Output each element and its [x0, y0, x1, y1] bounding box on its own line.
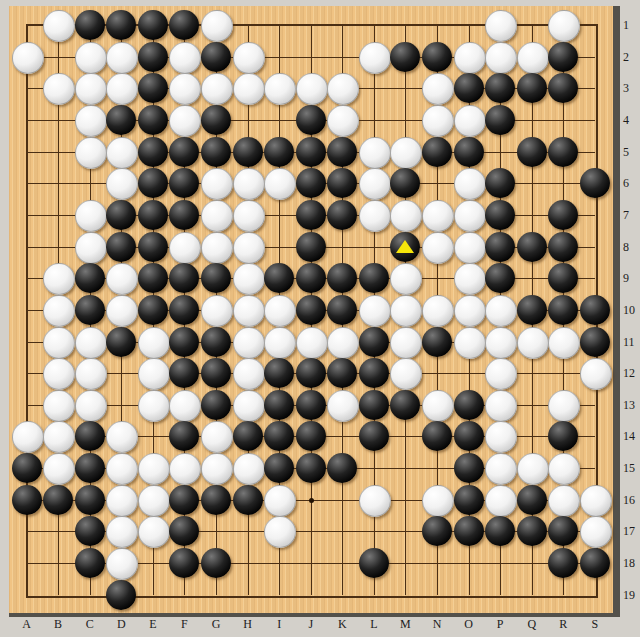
black-stone-F7	[169, 200, 199, 230]
black-stone-I13	[264, 390, 294, 420]
black-stone-I15	[264, 453, 294, 483]
black-stone-S11	[580, 327, 610, 357]
black-stone-I9	[264, 263, 294, 293]
black-stone-G5	[201, 137, 231, 167]
white-stone-N4	[422, 105, 454, 137]
white-stone-S17	[580, 516, 612, 548]
white-stone-B3	[43, 73, 75, 105]
row-label-2: 2	[623, 49, 629, 64]
column-label-D: D	[117, 617, 126, 632]
white-stone-Q2	[517, 42, 549, 74]
white-stone-G15	[201, 453, 233, 485]
white-stone-N3	[422, 73, 454, 105]
white-stone-P16	[485, 485, 517, 517]
black-stone-N5	[422, 137, 452, 167]
black-stone-G16	[201, 485, 231, 515]
white-stone-I6	[264, 168, 296, 200]
white-stone-B15	[43, 453, 75, 485]
white-stone-C12	[75, 358, 107, 390]
white-stone-F8	[169, 232, 201, 264]
white-stone-D15	[106, 453, 138, 485]
white-stone-P1	[485, 10, 517, 42]
black-stone-H5	[233, 137, 263, 167]
black-stone-J10	[296, 295, 326, 325]
white-stone-L10	[359, 295, 391, 327]
white-stone-O11	[454, 327, 486, 359]
row-label-7: 7	[623, 207, 629, 222]
white-stone-I3	[264, 73, 296, 105]
black-stone-F18	[169, 548, 199, 578]
black-stone-J4	[296, 105, 326, 135]
white-stone-L6	[359, 168, 391, 200]
black-stone-M13	[390, 390, 420, 420]
white-stone-N7	[422, 200, 454, 232]
black-stone-D8	[106, 232, 136, 262]
white-stone-N16	[422, 485, 454, 517]
black-stone-C10	[75, 295, 105, 325]
black-stone-C16	[75, 485, 105, 515]
black-stone-K7	[327, 200, 357, 230]
white-stone-O9	[454, 263, 486, 295]
black-stone-G12	[201, 358, 231, 388]
black-stone-O16	[454, 485, 484, 515]
black-stone-P8	[485, 232, 515, 262]
white-stone-H7	[233, 200, 265, 232]
white-stone-D17	[106, 516, 138, 548]
white-stone-Q11	[517, 327, 549, 359]
black-stone-F17	[169, 516, 199, 546]
black-stone-K5	[327, 137, 357, 167]
white-stone-S12	[580, 358, 612, 390]
white-stone-I17	[264, 516, 296, 548]
column-label-F: F	[181, 617, 188, 632]
white-stone-M9	[390, 263, 422, 295]
black-stone-F14	[169, 421, 199, 451]
white-stone-H6	[233, 168, 265, 200]
black-stone-S18	[580, 548, 610, 578]
black-stone-B16	[43, 485, 73, 515]
white-stone-C3	[75, 73, 107, 105]
black-stone-A16	[12, 485, 42, 515]
black-stone-H14	[233, 421, 263, 451]
black-stone-F9	[169, 263, 199, 293]
column-label-P: P	[497, 617, 504, 632]
white-stone-R11	[548, 327, 580, 359]
black-stone-R7	[548, 200, 578, 230]
column-label-K: K	[338, 617, 347, 632]
white-stone-O4	[454, 105, 486, 137]
white-stone-K13	[327, 390, 359, 422]
row-label-18: 18	[623, 556, 635, 571]
white-stone-D18	[106, 548, 138, 580]
black-stone-E4	[138, 105, 168, 135]
black-stone-D1	[106, 10, 136, 40]
white-stone-N13	[422, 390, 454, 422]
column-label-R: R	[559, 617, 567, 632]
white-stone-K11	[327, 327, 359, 359]
black-stone-R5	[548, 137, 578, 167]
black-stone-C18	[75, 548, 105, 578]
white-stone-O2	[454, 42, 486, 74]
black-stone-K12	[327, 358, 357, 388]
black-stone-N17	[422, 516, 452, 546]
black-stone-L9	[359, 263, 389, 293]
row-label-13: 13	[623, 397, 635, 412]
black-stone-Q5	[517, 137, 547, 167]
black-stone-K6	[327, 168, 357, 198]
white-stone-H10	[233, 295, 265, 327]
black-stone-F12	[169, 358, 199, 388]
row-label-1: 1	[623, 18, 629, 33]
white-stone-R13	[548, 390, 580, 422]
black-stone-J12	[296, 358, 326, 388]
star-point	[309, 498, 314, 503]
black-stone-A15	[12, 453, 42, 483]
black-stone-R3	[548, 73, 578, 103]
white-stone-B13	[43, 390, 75, 422]
row-label-16: 16	[623, 492, 635, 507]
black-stone-Q16	[517, 485, 547, 515]
black-stone-I12	[264, 358, 294, 388]
white-stone-L16	[359, 485, 391, 517]
black-stone-F10	[169, 295, 199, 325]
white-stone-F15	[169, 453, 201, 485]
white-stone-N10	[422, 295, 454, 327]
row-label-9: 9	[623, 271, 629, 286]
black-stone-O17	[454, 516, 484, 546]
black-stone-O14	[454, 421, 484, 451]
white-stone-Q15	[517, 453, 549, 485]
white-stone-M7	[390, 200, 422, 232]
black-stone-E1	[138, 10, 168, 40]
black-stone-L14	[359, 421, 389, 451]
black-stone-R2	[548, 42, 578, 72]
white-stone-G1	[201, 10, 233, 42]
white-stone-H3	[233, 73, 265, 105]
white-stone-G14	[201, 421, 233, 453]
black-stone-J13	[296, 390, 326, 420]
black-stone-R10	[548, 295, 578, 325]
white-stone-H15	[233, 453, 265, 485]
column-label-H: H	[243, 617, 252, 632]
white-stone-G6	[201, 168, 233, 200]
white-stone-C2	[75, 42, 107, 74]
white-stone-O10	[454, 295, 486, 327]
black-stone-S10	[580, 295, 610, 325]
black-stone-F1	[169, 10, 199, 40]
black-stone-H16	[233, 485, 263, 515]
black-stone-I5	[264, 137, 294, 167]
white-stone-M10	[390, 295, 422, 327]
black-stone-J7	[296, 200, 326, 230]
row-label-17: 17	[623, 524, 635, 539]
white-stone-I16	[264, 485, 296, 517]
white-stone-H2	[233, 42, 265, 74]
column-label-I: I	[277, 617, 281, 632]
row-label-4: 4	[623, 112, 629, 127]
row-label-14: 14	[623, 429, 635, 444]
last-move-marker	[396, 240, 414, 253]
black-stone-J9	[296, 263, 326, 293]
white-stone-H11	[233, 327, 265, 359]
white-stone-L7	[359, 200, 391, 232]
white-stone-G3	[201, 73, 233, 105]
black-stone-N14	[422, 421, 452, 451]
black-stone-K15	[327, 453, 357, 483]
black-stone-P6	[485, 168, 515, 198]
black-stone-Q3	[517, 73, 547, 103]
white-stone-F3	[169, 73, 201, 105]
white-stone-B11	[43, 327, 75, 359]
black-stone-E8	[138, 232, 168, 262]
black-stone-I14	[264, 421, 294, 451]
white-stone-P13	[485, 390, 517, 422]
black-stone-Q17	[517, 516, 547, 546]
white-stone-L2	[359, 42, 391, 74]
black-stone-P4	[485, 105, 515, 135]
black-stone-G13	[201, 390, 231, 420]
row-label-10: 10	[623, 302, 635, 317]
column-label-O: O	[464, 617, 473, 632]
black-stone-Q10	[517, 295, 547, 325]
white-stone-N8	[422, 232, 454, 264]
black-stone-J5	[296, 137, 326, 167]
white-stone-B1	[43, 10, 75, 42]
black-stone-O13	[454, 390, 484, 420]
black-stone-G4	[201, 105, 231, 135]
black-stone-L12	[359, 358, 389, 388]
black-stone-J15	[296, 453, 326, 483]
row-label-8: 8	[623, 239, 629, 254]
white-stone-C11	[75, 327, 107, 359]
black-stone-C15	[75, 453, 105, 483]
white-stone-A2	[12, 42, 44, 74]
white-stone-G7	[201, 200, 233, 232]
black-stone-C9	[75, 263, 105, 293]
column-label-J: J	[308, 617, 313, 632]
white-stone-I11	[264, 327, 296, 359]
black-stone-D19	[106, 580, 136, 610]
column-label-A: A	[22, 617, 31, 632]
black-stone-E2	[138, 42, 168, 72]
black-stone-R18	[548, 548, 578, 578]
column-label-C: C	[86, 617, 94, 632]
black-stone-N11	[422, 327, 452, 357]
black-stone-P17	[485, 516, 515, 546]
column-label-E: E	[149, 617, 156, 632]
white-stone-F4	[169, 105, 201, 137]
white-stone-D2	[106, 42, 138, 74]
black-stone-O3	[454, 73, 484, 103]
black-stone-D4	[106, 105, 136, 135]
column-label-G: G	[212, 617, 221, 632]
black-stone-L13	[359, 390, 389, 420]
white-stone-M11	[390, 327, 422, 359]
column-label-N: N	[433, 617, 442, 632]
black-stone-R14	[548, 421, 578, 451]
white-stone-C7	[75, 200, 107, 232]
white-stone-F2	[169, 42, 201, 74]
white-stone-P12	[485, 358, 517, 390]
black-stone-E6	[138, 168, 168, 198]
black-stone-R8	[548, 232, 578, 262]
white-stone-H12	[233, 358, 265, 390]
white-stone-K4	[327, 105, 359, 137]
row-label-11: 11	[623, 334, 635, 349]
white-stone-P11	[485, 327, 517, 359]
black-stone-E5	[138, 137, 168, 167]
column-label-Q: Q	[527, 617, 536, 632]
white-stone-E11	[138, 327, 170, 359]
white-stone-E15	[138, 453, 170, 485]
white-stone-P14	[485, 421, 517, 453]
black-stone-Q8	[517, 232, 547, 262]
row-label-3: 3	[623, 81, 629, 96]
black-stone-L18	[359, 548, 389, 578]
white-stone-C8	[75, 232, 107, 264]
column-label-S: S	[592, 617, 599, 632]
white-stone-J11	[296, 327, 328, 359]
black-stone-C17	[75, 516, 105, 546]
white-stone-B14	[43, 421, 75, 453]
white-stone-D14	[106, 421, 138, 453]
white-stone-D9	[106, 263, 138, 295]
black-stone-F16	[169, 485, 199, 515]
white-stone-D3	[106, 73, 138, 105]
white-stone-C5	[75, 137, 107, 169]
white-stone-D16	[106, 485, 138, 517]
black-stone-P9	[485, 263, 515, 293]
white-stone-H8	[233, 232, 265, 264]
column-label-M: M	[400, 617, 411, 632]
white-stone-E12	[138, 358, 170, 390]
white-stone-P10	[485, 295, 517, 327]
white-stone-L5	[359, 137, 391, 169]
black-stone-P7	[485, 200, 515, 230]
white-stone-D10	[106, 295, 138, 327]
white-stone-J3	[296, 73, 328, 105]
black-stone-N2	[422, 42, 452, 72]
black-stone-G2	[201, 42, 231, 72]
row-label-5: 5	[623, 144, 629, 159]
black-stone-K10	[327, 295, 357, 325]
white-stone-E17	[138, 516, 170, 548]
black-stone-C1	[75, 10, 105, 40]
black-stone-E10	[138, 295, 168, 325]
white-stone-R15	[548, 453, 580, 485]
white-stone-H9	[233, 263, 265, 295]
black-stone-G18	[201, 548, 231, 578]
black-stone-E7	[138, 200, 168, 230]
white-stone-R16	[548, 485, 580, 517]
black-stone-L11	[359, 327, 389, 357]
white-stone-G8	[201, 232, 233, 264]
black-stone-C14	[75, 421, 105, 451]
white-stone-C13	[75, 390, 107, 422]
black-stone-F5	[169, 137, 199, 167]
column-label-L: L	[370, 617, 377, 632]
black-stone-G9	[201, 263, 231, 293]
white-stone-R1	[548, 10, 580, 42]
white-stone-F13	[169, 390, 201, 422]
row-label-6: 6	[623, 176, 629, 191]
black-stone-J6	[296, 168, 326, 198]
white-stone-B10	[43, 295, 75, 327]
white-stone-O8	[454, 232, 486, 264]
white-stone-E13	[138, 390, 170, 422]
white-stone-K3	[327, 73, 359, 105]
black-stone-F6	[169, 168, 199, 198]
white-stone-C4	[75, 105, 107, 137]
row-label-15: 15	[623, 461, 635, 476]
white-stone-M12	[390, 358, 422, 390]
white-stone-P2	[485, 42, 517, 74]
black-stone-D11	[106, 327, 136, 357]
white-stone-O6	[454, 168, 486, 200]
black-stone-J8	[296, 232, 326, 262]
white-stone-A14	[12, 421, 44, 453]
black-stone-M6	[390, 168, 420, 198]
black-stone-M8	[390, 232, 420, 262]
black-stone-E3	[138, 73, 168, 103]
white-stone-I10	[264, 295, 296, 327]
row-label-12: 12	[623, 366, 635, 381]
black-stone-E9	[138, 263, 168, 293]
white-stone-S16	[580, 485, 612, 517]
black-stone-R17	[548, 516, 578, 546]
row-label-19: 19	[623, 587, 635, 602]
black-stone-S6	[580, 168, 610, 198]
white-stone-B9	[43, 263, 75, 295]
black-stone-P3	[485, 73, 515, 103]
white-stone-P15	[485, 453, 517, 485]
black-stone-M2	[390, 42, 420, 72]
white-stone-D6	[106, 168, 138, 200]
black-stone-D7	[106, 200, 136, 230]
black-stone-R9	[548, 263, 578, 293]
column-label-B: B	[54, 617, 62, 632]
black-stone-F11	[169, 327, 199, 357]
white-stone-O7	[454, 200, 486, 232]
black-stone-K9	[327, 263, 357, 293]
black-stone-G11	[201, 327, 231, 357]
white-stone-M5	[390, 137, 422, 169]
white-stone-G10	[201, 295, 233, 327]
white-stone-H13	[233, 390, 265, 422]
white-stone-E16	[138, 485, 170, 517]
white-stone-B12	[43, 358, 75, 390]
black-stone-O15	[454, 453, 484, 483]
white-stone-D5	[106, 137, 138, 169]
black-stone-O5	[454, 137, 484, 167]
black-stone-J14	[296, 421, 326, 451]
